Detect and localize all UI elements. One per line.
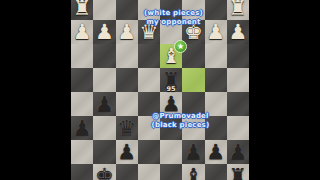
square-b7[interactable]: ♟	[205, 140, 227, 164]
move-score-label: 95	[160, 85, 182, 93]
opponent-caption: (white pieces) my opponent	[126, 9, 221, 26]
black-king-g8: ♚	[93, 164, 115, 180]
square-b3[interactable]	[205, 44, 227, 68]
square-d8[interactable]	[160, 164, 182, 180]
white-pawn-g2: ♟	[93, 20, 115, 44]
square-e7[interactable]	[138, 140, 160, 164]
player-caption-line2: (black pieces)	[133, 121, 228, 130]
square-h7[interactable]	[71, 140, 93, 164]
square-h5[interactable]	[71, 92, 93, 116]
square-h1[interactable]: ♜	[71, 0, 93, 20]
square-h6[interactable]: ♟	[71, 116, 93, 140]
square-h4[interactable]	[71, 68, 93, 92]
star-icon: ★	[175, 41, 186, 52]
video-frame: ♜♜♟♟♟♛♚♟♟♝♜♟♟♟♛♟♟♟♟♚♝♜ ★ 95 (white piece…	[0, 0, 320, 180]
square-g5[interactable]: ♟	[93, 92, 115, 116]
square-b4[interactable]	[205, 68, 227, 92]
square-h8[interactable]	[71, 164, 93, 180]
square-c4[interactable]	[182, 68, 204, 92]
black-pawn-f7: ♟	[116, 140, 138, 164]
opponent-caption-line1: (white pieces)	[126, 9, 221, 18]
black-bishop-c8: ♝	[182, 164, 204, 180]
video-area[interactable]: ♜♜♟♟♟♛♚♟♟♝♜♟♟♟♛♟♟♟♟♚♝♜ ★ 95 (white piece…	[71, 0, 249, 180]
square-c7[interactable]: ♟	[182, 140, 204, 164]
black-pawn-h6: ♟	[71, 116, 93, 140]
star-badge: ★	[174, 40, 187, 53]
square-a6[interactable]	[227, 116, 249, 140]
square-e3[interactable]	[138, 44, 160, 68]
square-g8[interactable]: ♚	[93, 164, 115, 180]
player-caption: @Prumovadel (black pieces)	[133, 112, 228, 129]
opponent-caption-line2: my opponent	[126, 18, 221, 27]
white-rook-a1: ♜	[227, 0, 249, 20]
square-g7[interactable]	[93, 140, 115, 164]
square-g1[interactable]	[93, 0, 115, 20]
letterbox-left	[0, 0, 71, 180]
square-f3[interactable]	[116, 44, 138, 68]
square-a5[interactable]	[227, 92, 249, 116]
white-pawn-h2: ♟	[71, 20, 93, 44]
square-a8[interactable]: ♜	[227, 164, 249, 180]
square-g3[interactable]	[93, 44, 115, 68]
white-pawn-a2: ♟	[227, 20, 249, 44]
square-g2[interactable]: ♟	[93, 20, 115, 44]
square-h2[interactable]: ♟	[71, 20, 93, 44]
square-a1[interactable]: ♜	[227, 0, 249, 20]
square-a4[interactable]	[227, 68, 249, 92]
square-a7[interactable]: ♟	[227, 140, 249, 164]
square-g4[interactable]	[93, 68, 115, 92]
square-a3[interactable]	[227, 44, 249, 68]
square-e4[interactable]	[138, 68, 160, 92]
black-pawn-c7: ♟	[182, 140, 204, 164]
square-f7[interactable]: ♟	[116, 140, 138, 164]
square-f8[interactable]	[116, 164, 138, 180]
square-c8[interactable]: ♝	[182, 164, 204, 180]
letterbox-right	[249, 0, 320, 180]
square-h3[interactable]	[71, 44, 93, 68]
black-pawn-b7: ♟	[205, 140, 227, 164]
square-e8[interactable]	[138, 164, 160, 180]
black-pawn-a7: ♟	[227, 140, 249, 164]
white-rook-h1: ♜	[71, 0, 93, 20]
square-b8[interactable]	[205, 164, 227, 180]
player-caption-line1: @Prumovadel	[133, 112, 228, 121]
square-g6[interactable]	[93, 116, 115, 140]
square-f4[interactable]	[116, 68, 138, 92]
square-a2[interactable]: ♟	[227, 20, 249, 44]
black-rook-a8: ♜	[227, 164, 249, 180]
black-pawn-g5: ♟	[93, 92, 115, 116]
square-d7[interactable]	[160, 140, 182, 164]
